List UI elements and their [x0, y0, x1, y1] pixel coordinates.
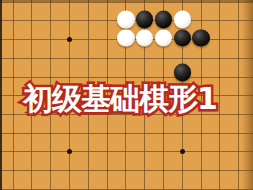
right-edge-shadow — [242, 0, 253, 190]
star-point — [67, 37, 72, 42]
white-stone — [117, 11, 135, 29]
black-stone — [174, 29, 192, 47]
white-stone — [174, 11, 192, 29]
go-board: 初级基础棋形1 初级基础棋形1 — [0, 0, 253, 190]
left-edge-border — [0, 0, 2, 190]
black-stone — [136, 11, 154, 29]
black-stone — [155, 11, 173, 29]
top-edge-border — [0, 0, 253, 2]
white-stone — [155, 29, 173, 47]
black-stone — [174, 64, 192, 82]
black-stone — [192, 29, 210, 47]
star-point — [67, 149, 72, 154]
star-point — [180, 149, 185, 154]
white-stone — [117, 29, 135, 47]
title-text: 初级基础棋形1 — [23, 81, 217, 116]
white-stone — [136, 29, 154, 47]
screenshot-frame: 初级基础棋形1 初级基础棋形1 — [0, 0, 253, 190]
